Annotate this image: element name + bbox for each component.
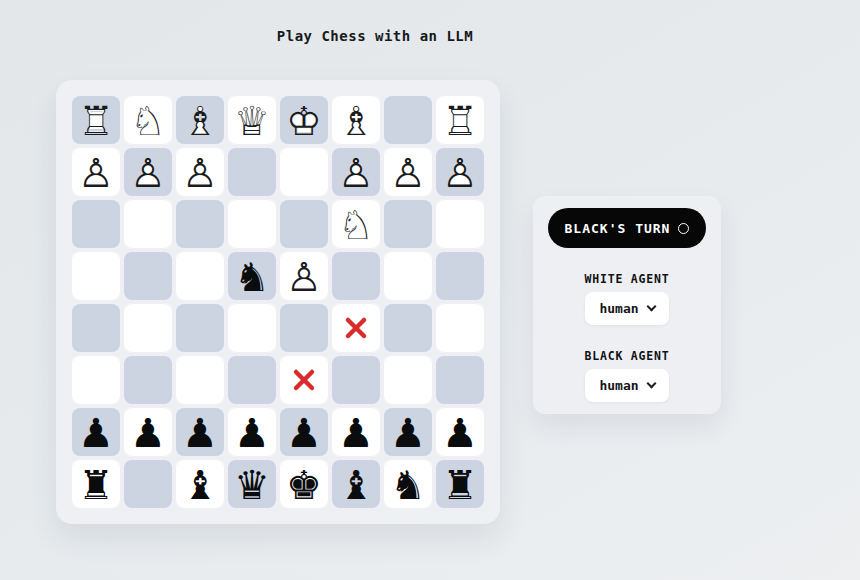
square-g6[interactable] — [384, 356, 432, 404]
square-g1[interactable] — [384, 96, 432, 144]
white-king: ♚♔ — [280, 97, 328, 145]
white-agent-select[interactable]: human — [585, 292, 669, 325]
square-h3[interactable] — [436, 200, 484, 248]
square-d4[interactable]: ♞ — [228, 252, 276, 300]
square-h8[interactable]: ♜ — [436, 460, 484, 508]
square-e3[interactable] — [280, 200, 328, 248]
square-h7[interactable]: ♟ — [436, 408, 484, 456]
square-g7[interactable]: ♟ — [384, 408, 432, 456]
square-a5[interactable] — [72, 304, 120, 352]
illegal-move-x-icon — [291, 367, 317, 393]
white-pawn: ♟♙ — [384, 149, 432, 197]
square-c5[interactable] — [176, 304, 224, 352]
square-c7[interactable]: ♟ — [176, 408, 224, 456]
white-agent-value: human — [599, 301, 638, 316]
square-d5[interactable] — [228, 304, 276, 352]
black-pawn: ♟ — [176, 409, 224, 457]
square-f7[interactable]: ♟ — [332, 408, 380, 456]
square-h1[interactable]: ♜♖ — [436, 96, 484, 144]
black-pawn: ♟ — [436, 409, 484, 457]
white-bishop: ♝♗ — [332, 97, 380, 145]
black-agent-label: BLACK AGENT — [533, 349, 721, 363]
square-a8[interactable]: ♜ — [72, 460, 120, 508]
square-a3[interactable] — [72, 200, 120, 248]
white-pawn: ♟♙ — [332, 149, 380, 197]
turn-indicator: BLACK'S TURN — [548, 208, 706, 248]
square-b7[interactable]: ♟ — [124, 408, 172, 456]
turn-indicator-label: BLACK'S TURN — [565, 221, 671, 236]
black-pawn: ♟ — [72, 409, 120, 457]
square-e5[interactable] — [280, 304, 328, 352]
square-g3[interactable] — [384, 200, 432, 248]
black-king: ♚ — [280, 461, 328, 509]
page-title: Play Chess with an LLM — [0, 28, 750, 44]
white-pawn: ♟♙ — [280, 253, 328, 301]
square-h6[interactable] — [436, 356, 484, 404]
square-a2[interactable]: ♟♙ — [72, 148, 120, 196]
square-b2[interactable]: ♟♙ — [124, 148, 172, 196]
square-f4[interactable] — [332, 252, 380, 300]
square-f6[interactable] — [332, 356, 380, 404]
square-e2[interactable] — [280, 148, 328, 196]
square-h5[interactable] — [436, 304, 484, 352]
black-queen: ♛ — [228, 461, 276, 509]
square-d1[interactable]: ♛♕ — [228, 96, 276, 144]
chevron-down-icon — [646, 379, 656, 389]
white-agent-label: WHITE AGENT — [533, 272, 721, 286]
square-a4[interactable] — [72, 252, 120, 300]
square-e6[interactable] — [280, 356, 328, 404]
square-a7[interactable]: ♟ — [72, 408, 120, 456]
white-pawn: ♟♙ — [72, 149, 120, 197]
black-pawn: ♟ — [332, 409, 380, 457]
square-g2[interactable]: ♟♙ — [384, 148, 432, 196]
square-b4[interactable] — [124, 252, 172, 300]
white-pawn: ♟♙ — [436, 149, 484, 197]
chevron-down-icon — [646, 302, 656, 312]
square-c4[interactable] — [176, 252, 224, 300]
square-e8[interactable]: ♚ — [280, 460, 328, 508]
illegal-move-x-icon — [343, 315, 369, 341]
black-pawn: ♟ — [124, 409, 172, 457]
square-b1[interactable]: ♞♘ — [124, 96, 172, 144]
square-b6[interactable] — [124, 356, 172, 404]
square-c8[interactable]: ♝ — [176, 460, 224, 508]
square-e1[interactable]: ♚♔ — [280, 96, 328, 144]
square-d8[interactable]: ♛ — [228, 460, 276, 508]
white-rook: ♜♖ — [72, 97, 120, 145]
white-bishop: ♝♗ — [176, 97, 224, 145]
black-knight: ♞ — [384, 461, 432, 509]
black-rook: ♜ — [436, 461, 484, 509]
square-d6[interactable] — [228, 356, 276, 404]
square-d3[interactable] — [228, 200, 276, 248]
black-agent-select[interactable]: human — [585, 369, 669, 402]
square-a1[interactable]: ♜♖ — [72, 96, 120, 144]
white-knight: ♞♘ — [124, 97, 172, 145]
square-b5[interactable] — [124, 304, 172, 352]
square-f2[interactable]: ♟♙ — [332, 148, 380, 196]
square-b8[interactable] — [124, 460, 172, 508]
square-d2[interactable] — [228, 148, 276, 196]
square-f5[interactable] — [332, 304, 380, 352]
square-h4[interactable] — [436, 252, 484, 300]
chess-board: ♜♖♞♘♝♗♛♕♚♔♝♗♜♖♟♙♟♙♟♙♟♙♟♙♟♙♞♘♞♟♙♟♟♟♟♟♟♟♟♜… — [56, 80, 500, 524]
game-control-panel: BLACK'S TURN WHITE AGENT human BLACK AGE… — [533, 196, 721, 414]
square-a6[interactable] — [72, 356, 120, 404]
square-b3[interactable] — [124, 200, 172, 248]
white-rook: ♜♖ — [436, 97, 484, 145]
square-g4[interactable] — [384, 252, 432, 300]
square-e7[interactable]: ♟ — [280, 408, 328, 456]
black-agent-value: human — [599, 378, 638, 393]
chess-board-card: ♜♖♞♘♝♗♛♕♚♔♝♗♜♖♟♙♟♙♟♙♟♙♟♙♟♙♞♘♞♟♙♟♟♟♟♟♟♟♟♜… — [56, 80, 500, 524]
black-pawn: ♟ — [228, 409, 276, 457]
black-pawn: ♟ — [384, 409, 432, 457]
black-bishop: ♝ — [176, 461, 224, 509]
white-pawn: ♟♙ — [176, 149, 224, 197]
black-bishop: ♝ — [332, 461, 380, 509]
square-g8[interactable]: ♞ — [384, 460, 432, 508]
square-e4[interactable]: ♟♙ — [280, 252, 328, 300]
square-d7[interactable]: ♟ — [228, 408, 276, 456]
square-c3[interactable] — [176, 200, 224, 248]
black-pawn: ♟ — [280, 409, 328, 457]
square-f1[interactable]: ♝♗ — [332, 96, 380, 144]
square-c2[interactable]: ♟♙ — [176, 148, 224, 196]
black-rook: ♜ — [72, 461, 120, 509]
square-g5[interactable] — [384, 304, 432, 352]
square-c1[interactable]: ♝♗ — [176, 96, 224, 144]
white-knight: ♞♘ — [332, 201, 380, 249]
square-c6[interactable] — [176, 356, 224, 404]
white-pawn: ♟♙ — [124, 149, 172, 197]
white-queen: ♛♕ — [228, 97, 276, 145]
square-f8[interactable]: ♝ — [332, 460, 380, 508]
square-f3[interactable]: ♞♘ — [332, 200, 380, 248]
turn-circle-icon — [678, 223, 689, 234]
square-h2[interactable]: ♟♙ — [436, 148, 484, 196]
black-knight: ♞ — [228, 253, 276, 301]
